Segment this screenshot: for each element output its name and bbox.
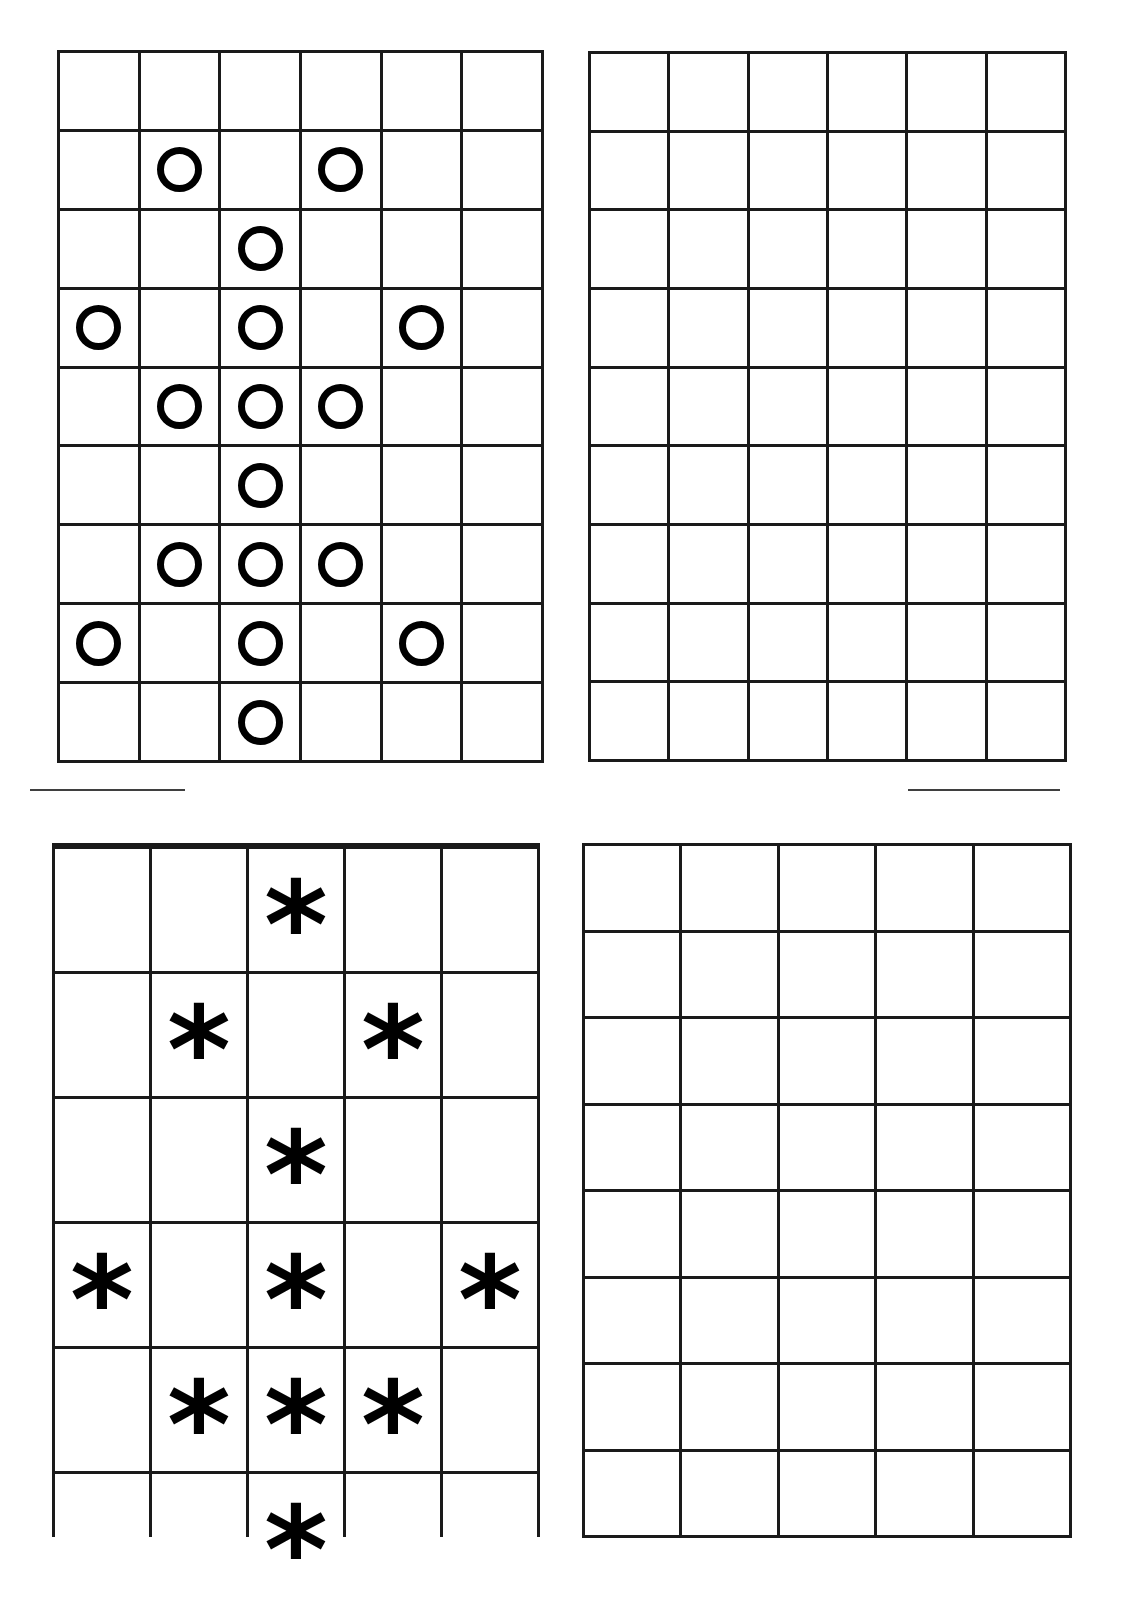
circle-mark (157, 542, 202, 587)
top-right-cell-r9c5[interactable] (908, 683, 984, 759)
asterisk-mark: * (264, 865, 328, 987)
top-right-cell-r2c5[interactable] (908, 133, 984, 209)
top-left-cell-r3c5 (383, 211, 461, 287)
bottom-right-cell-r1c1[interactable] (585, 846, 679, 930)
top-right-cell-r7c3[interactable] (750, 526, 826, 602)
bottom-left-cell-r3c5 (443, 974, 537, 1096)
bottom-right-cell-r5c5[interactable] (975, 1192, 1069, 1276)
circle-mark (157, 147, 202, 192)
top-right-cell-r8c2[interactable] (670, 605, 746, 681)
top-left-cell-r3c3 (221, 211, 299, 287)
asterisk-mark: * (167, 990, 231, 1112)
circle-mark (399, 621, 444, 666)
top-left-cell-r5c2 (141, 369, 219, 445)
top-right-cell-r2c6[interactable] (988, 133, 1064, 209)
top-left-cell-r8c1 (60, 605, 138, 681)
bottom-right-cell-r6c2[interactable] (682, 1279, 776, 1363)
bottom-left-cell-r2c5 (443, 849, 537, 971)
top-right-cell-r3c6[interactable] (988, 211, 1064, 287)
bottom-left-cell-r7c1 (55, 1474, 149, 1596)
bottom-right-cell-r7c2[interactable] (682, 1365, 776, 1449)
top-left-cell-r9c1 (60, 684, 138, 760)
top-right-cell-r9c1[interactable] (591, 683, 667, 759)
top-left-cell-r8c3 (221, 605, 299, 681)
top-left-cell-r4c2 (141, 290, 219, 366)
top-left-cell-r4c3 (221, 290, 299, 366)
top-left-cell-r6c1 (60, 447, 138, 523)
bottom-left-cell-r4c3: * (249, 1099, 343, 1221)
top-right-cell-r3c3[interactable] (750, 211, 826, 287)
top-right-cell-r1c5[interactable] (908, 54, 984, 130)
asterisk-mark: * (70, 1240, 134, 1362)
bottom-left-cell-r5c5: * (443, 1224, 537, 1346)
top-left-cell-r4c4 (302, 290, 380, 366)
top-left-cell-r6c2 (141, 447, 219, 523)
top-left-cell-r4c5 (383, 290, 461, 366)
bottom-left-cell-r5c3: * (249, 1224, 343, 1346)
top-right-cell-r8c3[interactable] (750, 605, 826, 681)
bottom-right-cell-r7c3[interactable] (780, 1365, 874, 1449)
bottom-left-cell-r3c2: * (152, 974, 246, 1096)
bottom-left-cell-r2c1 (55, 849, 149, 971)
top-right-cell-r9c4[interactable] (829, 683, 905, 759)
top-right-cell-r4c5[interactable] (908, 290, 984, 366)
top-right-cell-r4c2[interactable] (670, 290, 746, 366)
top-right-cell-r6c5[interactable] (908, 447, 984, 523)
top-right-cell-r4c3[interactable] (750, 290, 826, 366)
circle-mark (318, 542, 363, 587)
bottom-right-cell-r8c4[interactable] (877, 1452, 971, 1536)
bottom-right-cell-r2c5[interactable] (975, 933, 1069, 1017)
bottom-right-cell-r8c2[interactable] (682, 1452, 776, 1536)
circle-mark (76, 621, 121, 666)
top-right-cell-r4c6[interactable] (988, 290, 1064, 366)
top-left-cell-r2c4 (302, 132, 380, 208)
top-left-cell-r5c1 (60, 369, 138, 445)
top-left-cell-r6c5 (383, 447, 461, 523)
top-right-cell-r3c4[interactable] (829, 211, 905, 287)
top-right-cell-r5c1[interactable] (591, 369, 667, 445)
bottom-right-cell-r1c5[interactable] (975, 846, 1069, 930)
top-left-cell-r6c3 (221, 447, 299, 523)
top-right-cell-r5c2[interactable] (670, 369, 746, 445)
top-left-cell-r6c6 (463, 447, 541, 523)
bottom-right-cell-r6c5[interactable] (975, 1279, 1069, 1363)
bottom-right-cell-r2c2[interactable] (682, 933, 776, 1017)
bottom-right-cell-r4c2[interactable] (682, 1106, 776, 1190)
bottom-left-cell-r2c2 (152, 849, 246, 971)
top-right-cell-r6c2[interactable] (670, 447, 746, 523)
bottom-right-cell-r4c3[interactable] (780, 1106, 874, 1190)
circle-mark (238, 226, 283, 271)
bottom-right-cell-r6c3[interactable] (780, 1279, 874, 1363)
bottom-right-cell-r5c4[interactable] (877, 1192, 971, 1276)
top-left-cell-r1c6 (463, 53, 541, 129)
top-right-cell-r3c2[interactable] (670, 211, 746, 287)
top-left-cell-r8c2 (141, 605, 219, 681)
circle-mark (238, 700, 283, 745)
bottom-left-cell-r4c5 (443, 1099, 537, 1221)
top-right-cell-r3c1[interactable] (591, 211, 667, 287)
bottom-right-cell-r7c1[interactable] (585, 1365, 679, 1449)
top-left-cell-r8c4 (302, 605, 380, 681)
top-left-cell-r6c4 (302, 447, 380, 523)
bottom-right-cell-r1c3[interactable] (780, 846, 874, 930)
bottom-right-cell-r3c5[interactable] (975, 1019, 1069, 1103)
circle-mark (318, 384, 363, 429)
top-right-cell-r1c6[interactable] (988, 54, 1064, 130)
top-right-cell-r9c3[interactable] (750, 683, 826, 759)
top-right-cell-r6c3[interactable] (750, 447, 826, 523)
bottom-left-cell-r5c4 (346, 1224, 440, 1346)
top-right-cell-r3c5[interactable] (908, 211, 984, 287)
top-right-cell-r6c6[interactable] (988, 447, 1064, 523)
top-right-cell-r2c2[interactable] (670, 133, 746, 209)
top-left-cell-r4c1 (60, 290, 138, 366)
asterisk-mark: * (264, 1240, 328, 1362)
top-right-cell-r9c2[interactable] (670, 683, 746, 759)
top-right-cell-r8c5[interactable] (908, 605, 984, 681)
top-left-cell-r7c1 (60, 526, 138, 602)
top-right-cell-r7c1[interactable] (591, 526, 667, 602)
top-right-cell-r5c3[interactable] (750, 369, 826, 445)
asterisk-mark: * (458, 1240, 522, 1362)
top-left-cell-r2c2 (141, 132, 219, 208)
copy-board-top (588, 51, 1067, 762)
bottom-right-cell-r8c5[interactable] (975, 1452, 1069, 1536)
circle-mark (399, 305, 444, 350)
top-left-cell-r1c3 (221, 53, 299, 129)
top-left-cell-r1c5 (383, 53, 461, 129)
top-left-cell-r1c2 (141, 53, 219, 129)
asterisk-mark: * (361, 990, 425, 1112)
top-left-cell-r2c6 (463, 132, 541, 208)
top-left-cell-r5c5 (383, 369, 461, 445)
bottom-left-cell-r2c3: * (249, 849, 343, 971)
top-right-cell-r7c6[interactable] (988, 526, 1064, 602)
bottom-left-cell-r4c1 (55, 1099, 149, 1221)
bottom-right-cell-r3c3[interactable] (780, 1019, 874, 1103)
top-right-cell-r7c2[interactable] (670, 526, 746, 602)
top-left-cell-r9c3 (221, 684, 299, 760)
circle-mark (238, 621, 283, 666)
bottom-right-cell-r8c3[interactable] (780, 1452, 874, 1536)
pattern-board-circles (57, 50, 544, 763)
top-right-cell-r2c3[interactable] (750, 133, 826, 209)
top-right-cell-r1c3[interactable] (750, 54, 826, 130)
top-left-cell-r5c4 (302, 369, 380, 445)
bottom-right-cell-r4c4[interactable] (877, 1106, 971, 1190)
bottom-right-cell-r6c4[interactable] (877, 1279, 971, 1363)
top-left-cell-r8c6 (463, 605, 541, 681)
top-left-cell-r9c6 (463, 684, 541, 760)
top-left-cell-r3c4 (302, 211, 380, 287)
top-left-cell-r9c4 (302, 684, 380, 760)
bottom-left-cell-r2c4 (346, 849, 440, 971)
bottom-right-cell-r1c2[interactable] (682, 846, 776, 930)
top-right-cell-r7c4[interactable] (829, 526, 905, 602)
bottom-left-cell-r3c4: * (346, 974, 440, 1096)
pattern-board-asterisks: ************* (52, 843, 540, 1537)
circle-mark (238, 463, 283, 508)
bottom-left-cell-r3c1 (55, 974, 149, 1096)
top-right-cell-r2c1[interactable] (591, 133, 667, 209)
top-right-cell-r6c4[interactable] (829, 447, 905, 523)
top-left-cell-r2c5 (383, 132, 461, 208)
bottom-right-cell-r5c2[interactable] (682, 1192, 776, 1276)
top-right-cell-r9c6[interactable] (988, 683, 1064, 759)
top-left-cell-r3c2 (141, 211, 219, 287)
circle-mark (238, 384, 283, 429)
asterisk-mark: * (264, 1115, 328, 1237)
bottom-right-cell-r1c4[interactable] (877, 846, 971, 930)
bottom-left-cell-r5c1: * (55, 1224, 149, 1346)
bottom-left-cell-r6c4: * (346, 1349, 440, 1471)
top-left-cell-r1c1 (60, 53, 138, 129)
top-right-cell-r1c2[interactable] (670, 54, 746, 130)
asterisk-mark: * (264, 1490, 328, 1600)
top-right-cell-r4c1[interactable] (591, 290, 667, 366)
name-line-left (30, 789, 185, 791)
top-left-cell-r7c6 (463, 526, 541, 602)
bottom-right-cell-r3c2[interactable] (682, 1019, 776, 1103)
circle-mark (157, 384, 202, 429)
top-right-cell-r8c4[interactable] (829, 605, 905, 681)
bottom-right-cell-r2c3[interactable] (780, 933, 874, 1017)
top-right-cell-r6c1[interactable] (591, 447, 667, 523)
bottom-right-cell-r8c1[interactable] (585, 1452, 679, 1536)
bottom-right-cell-r2c4[interactable] (877, 933, 971, 1017)
top-right-cell-r1c4[interactable] (829, 54, 905, 130)
bottom-right-cell-r3c1[interactable] (585, 1019, 679, 1103)
top-left-cell-r9c2 (141, 684, 219, 760)
top-right-cell-r8c1[interactable] (591, 605, 667, 681)
circle-mark (238, 542, 283, 587)
top-right-cell-r5c6[interactable] (988, 369, 1064, 445)
asterisk-mark: * (167, 1365, 231, 1487)
bottom-left-cell-r6c2: * (152, 1349, 246, 1471)
circle-mark (238, 305, 283, 350)
top-right-cell-r1c1[interactable] (591, 54, 667, 130)
top-left-cell-r7c4 (302, 526, 380, 602)
bottom-right-cell-r7c4[interactable] (877, 1365, 971, 1449)
bottom-right-cell-r2c1[interactable] (585, 933, 679, 1017)
top-left-cell-r8c5 (383, 605, 461, 681)
top-left-cell-r1c4 (302, 53, 380, 129)
top-left-cell-r7c3 (221, 526, 299, 602)
bottom-right-cell-r7c5[interactable] (975, 1365, 1069, 1449)
bottom-right-cell-r5c1[interactable] (585, 1192, 679, 1276)
bottom-right-cell-r6c1[interactable] (585, 1279, 679, 1363)
bottom-right-cell-r4c5[interactable] (975, 1106, 1069, 1190)
top-left-cell-r7c2 (141, 526, 219, 602)
top-right-cell-r2c4[interactable] (829, 133, 905, 209)
top-left-cell-r3c6 (463, 211, 541, 287)
top-left-cell-r3c1 (60, 211, 138, 287)
bottom-left-cell-r7c3: * (249, 1474, 343, 1596)
top-right-cell-r8c6[interactable] (988, 605, 1064, 681)
top-left-cell-r9c5 (383, 684, 461, 760)
bottom-right-cell-r5c3[interactable] (780, 1192, 874, 1276)
asterisk-mark: * (361, 1365, 425, 1487)
top-left-cell-r5c3 (221, 369, 299, 445)
circle-mark (318, 147, 363, 192)
top-left-cell-r4c6 (463, 290, 541, 366)
copy-board-bottom (582, 843, 1072, 1538)
circle-mark (76, 305, 121, 350)
name-line-right (908, 789, 1060, 791)
bottom-right-cell-r3c4[interactable] (877, 1019, 971, 1103)
bottom-left-cell-r7c5 (443, 1474, 537, 1596)
bottom-left-cell-r6c3: * (249, 1349, 343, 1471)
top-right-cell-r4c4[interactable] (829, 290, 905, 366)
top-left-cell-r2c1 (60, 132, 138, 208)
bottom-left-cell-r5c2 (152, 1224, 246, 1346)
top-right-cell-r5c5[interactable] (908, 369, 984, 445)
top-right-cell-r7c5[interactable] (908, 526, 984, 602)
top-left-cell-r2c3 (221, 132, 299, 208)
top-left-cell-r5c6 (463, 369, 541, 445)
bottom-right-cell-r4c1[interactable] (585, 1106, 679, 1190)
asterisk-mark: * (264, 1365, 328, 1487)
top-left-cell-r7c5 (383, 526, 461, 602)
top-right-cell-r5c4[interactable] (829, 369, 905, 445)
